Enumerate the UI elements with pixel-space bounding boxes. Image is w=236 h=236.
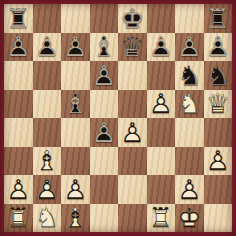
square-e5[interactable]: [118, 90, 147, 119]
square-d3[interactable]: [90, 147, 119, 176]
square-b8[interactable]: [33, 4, 62, 33]
piece-white-pawn-c2: ♟♙: [61, 175, 90, 204]
piece-white-pawn-f5: ♟♙: [147, 90, 176, 119]
chess-board-frame: ♜♖♚♔♜♖♟♙♟♙♟♙♝♗♛♕♟♙♟♙♟♙♟♙♞♘♞♘♝♗♟♙♞♘♛♕♟♙♟♙…: [0, 0, 236, 236]
square-d1[interactable]: [90, 204, 119, 233]
square-h5[interactable]: ♛♕: [204, 90, 233, 119]
square-c7[interactable]: ♟♙: [61, 33, 90, 62]
square-g2[interactable]: ♟♙: [175, 175, 204, 204]
piece-white-pawn-g2: ♟♙: [175, 175, 204, 204]
piece-black-pawn-f7: ♟♙: [147, 33, 176, 62]
piece-black-bishop-d7: ♝♗: [90, 33, 119, 62]
square-c8[interactable]: [61, 4, 90, 33]
square-c4[interactable]: [61, 118, 90, 147]
square-e2[interactable]: [118, 175, 147, 204]
square-a3[interactable]: [4, 147, 33, 176]
square-d4[interactable]: ♟♙: [90, 118, 119, 147]
square-b3[interactable]: ♝♗: [33, 147, 62, 176]
square-g3[interactable]: [175, 147, 204, 176]
piece-white-king-g1: ♚♔: [175, 204, 204, 233]
square-f5[interactable]: ♟♙: [147, 90, 176, 119]
square-h8[interactable]: ♜♖: [204, 4, 233, 33]
square-b7[interactable]: ♟♙: [33, 33, 62, 62]
square-h3[interactable]: ♟♙: [204, 147, 233, 176]
square-h6[interactable]: ♞♘: [204, 61, 233, 90]
square-e7[interactable]: ♛♕: [118, 33, 147, 62]
square-h4[interactable]: [204, 118, 233, 147]
piece-white-pawn-h3: ♟♙: [204, 147, 233, 176]
square-a7[interactable]: ♟♙: [4, 33, 33, 62]
square-a6[interactable]: [4, 61, 33, 90]
piece-white-pawn-e4: ♟♙: [118, 118, 147, 147]
square-b2[interactable]: ♟♙: [33, 175, 62, 204]
piece-black-knight-h6: ♞♘: [204, 61, 233, 90]
piece-white-bishop-c1: ♝♗: [61, 204, 90, 233]
square-d8[interactable]: [90, 4, 119, 33]
piece-black-rook-a8: ♜♖: [4, 4, 33, 33]
square-g1[interactable]: ♚♔: [175, 204, 204, 233]
square-a2[interactable]: ♟♙: [4, 175, 33, 204]
square-b6[interactable]: [33, 61, 62, 90]
square-e3[interactable]: [118, 147, 147, 176]
piece-white-rook-a1: ♜♖: [4, 204, 33, 233]
piece-black-pawn-a7: ♟♙: [4, 33, 33, 62]
piece-black-bishop-c5: ♝♗: [61, 90, 90, 119]
piece-black-knight-g6: ♞♘: [175, 61, 204, 90]
square-b1[interactable]: ♞♘: [33, 204, 62, 233]
piece-white-pawn-b2: ♟♙: [33, 175, 62, 204]
piece-black-pawn-c7: ♟♙: [61, 33, 90, 62]
square-b4[interactable]: [33, 118, 62, 147]
square-e8[interactable]: ♚♔: [118, 4, 147, 33]
square-c6[interactable]: [61, 61, 90, 90]
square-f1[interactable]: ♜♖: [147, 204, 176, 233]
square-g4[interactable]: [175, 118, 204, 147]
piece-black-pawn-d6: ♟♙: [90, 61, 119, 90]
square-g8[interactable]: [175, 4, 204, 33]
square-h7[interactable]: ♟♙: [204, 33, 233, 62]
piece-black-pawn-h7: ♟♙: [204, 33, 233, 62]
piece-black-pawn-b7: ♟♙: [33, 33, 62, 62]
piece-white-knight-g5: ♞♘: [175, 90, 204, 119]
piece-white-bishop-b3: ♝♗: [33, 147, 62, 176]
piece-black-rook-h8: ♜♖: [204, 4, 233, 33]
square-c2[interactable]: ♟♙: [61, 175, 90, 204]
square-e4[interactable]: ♟♙: [118, 118, 147, 147]
square-d6[interactable]: ♟♙: [90, 61, 119, 90]
square-a8[interactable]: ♜♖: [4, 4, 33, 33]
square-c5[interactable]: ♝♗: [61, 90, 90, 119]
square-d7[interactable]: ♝♗: [90, 33, 119, 62]
piece-white-pawn-a2: ♟♙: [4, 175, 33, 204]
square-f6[interactable]: [147, 61, 176, 90]
square-a4[interactable]: [4, 118, 33, 147]
square-c1[interactable]: ♝♗: [61, 204, 90, 233]
piece-black-pawn-d4: ♟♙: [90, 118, 119, 147]
piece-white-knight-b1: ♞♘: [33, 204, 62, 233]
square-a5[interactable]: [4, 90, 33, 119]
square-g5[interactable]: ♞♘: [175, 90, 204, 119]
square-f4[interactable]: [147, 118, 176, 147]
square-g6[interactable]: ♞♘: [175, 61, 204, 90]
square-f3[interactable]: [147, 147, 176, 176]
square-d2[interactable]: [90, 175, 119, 204]
piece-black-king-e8: ♚♔: [118, 4, 147, 33]
piece-white-rook-f1: ♜♖: [147, 204, 176, 233]
square-f2[interactable]: [147, 175, 176, 204]
piece-black-queen-e7: ♛♕: [118, 33, 147, 62]
square-g7[interactable]: ♟♙: [175, 33, 204, 62]
square-e1[interactable]: [118, 204, 147, 233]
square-h1[interactable]: [204, 204, 233, 233]
square-c3[interactable]: [61, 147, 90, 176]
chess-board: ♜♖♚♔♜♖♟♙♟♙♟♙♝♗♛♕♟♙♟♙♟♙♟♙♞♘♞♘♝♗♟♙♞♘♛♕♟♙♟♙…: [4, 4, 232, 232]
piece-white-queen-h5: ♛♕: [204, 90, 233, 119]
square-a1[interactable]: ♜♖: [4, 204, 33, 233]
square-b5[interactable]: [33, 90, 62, 119]
piece-black-pawn-g7: ♟♙: [175, 33, 204, 62]
square-f7[interactable]: ♟♙: [147, 33, 176, 62]
square-f8[interactable]: [147, 4, 176, 33]
square-e6[interactable]: [118, 61, 147, 90]
square-h2[interactable]: [204, 175, 233, 204]
square-d5[interactable]: [90, 90, 119, 119]
